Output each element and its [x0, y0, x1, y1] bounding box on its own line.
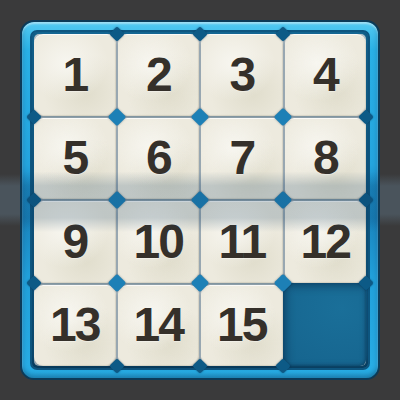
- tile-number: 15: [217, 301, 266, 349]
- tile-1[interactable]: 1: [34, 34, 116, 116]
- tile-number: 13: [50, 301, 99, 349]
- tile-number: 5: [62, 134, 87, 182]
- tile-number: 12: [301, 218, 350, 266]
- tile-9[interactable]: 9: [34, 201, 116, 283]
- tile-2[interactable]: 2: [118, 34, 200, 116]
- tile-number: 14: [134, 301, 183, 349]
- tile-number: 8: [313, 134, 338, 182]
- tile-number: 11: [218, 218, 265, 266]
- tile-number: 10: [134, 218, 183, 266]
- tile-number: 1: [62, 51, 87, 99]
- tile-number: 4: [313, 51, 338, 99]
- tile-7[interactable]: 7: [201, 118, 283, 200]
- tile-12[interactable]: 12: [285, 201, 367, 283]
- tile-number: 7: [229, 134, 254, 182]
- empty-cell: [283, 283, 367, 367]
- tile-6[interactable]: 6: [118, 118, 200, 200]
- tile-15[interactable]: 15: [201, 285, 283, 367]
- tile-14[interactable]: 14: [118, 285, 200, 367]
- tile-8[interactable]: 8: [285, 118, 367, 200]
- tile-3[interactable]: 3: [201, 34, 283, 116]
- puzzle-scene: 123456789101112131415: [0, 0, 400, 400]
- puzzle-well: 123456789101112131415: [30, 30, 370, 370]
- tile-13[interactable]: 13: [34, 285, 116, 367]
- tile-10[interactable]: 10: [118, 201, 200, 283]
- tile-number: 6: [146, 134, 171, 182]
- tile-4[interactable]: 4: [285, 34, 367, 116]
- tile-grid: 123456789101112131415: [34, 34, 366, 366]
- tile-number: 2: [146, 51, 171, 99]
- tile-5[interactable]: 5: [34, 118, 116, 200]
- tile-11[interactable]: 11: [201, 201, 283, 283]
- puzzle-frame: 123456789101112131415: [20, 20, 380, 380]
- tile-number: 3: [229, 51, 254, 99]
- tile-number: 9: [62, 218, 87, 266]
